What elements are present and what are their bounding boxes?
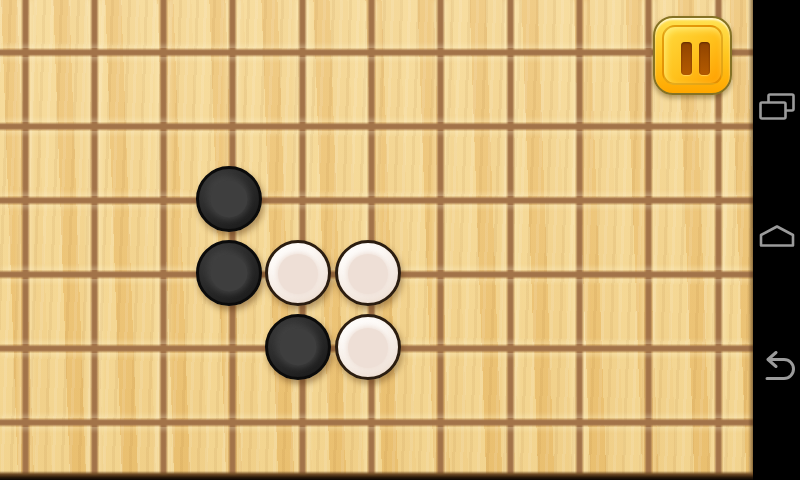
stone-highlight xyxy=(280,329,317,366)
grid-line-horizontal xyxy=(0,122,753,131)
white-stone: ○ xyxy=(265,240,331,306)
home-button[interactable] xyxy=(753,208,800,264)
gomoku-board[interactable]: ●●○○●○ xyxy=(0,0,753,480)
back-icon xyxy=(756,351,798,381)
black-stone: ● xyxy=(196,240,262,306)
pause-button-face xyxy=(662,25,723,85)
pause-button[interactable] xyxy=(653,16,732,95)
home-icon xyxy=(758,224,796,248)
grid-line-vertical xyxy=(506,0,515,480)
black-stone: ● xyxy=(196,166,262,232)
grid-line-vertical xyxy=(575,0,584,480)
stone-highlight xyxy=(210,255,247,292)
recent-apps-icon xyxy=(759,93,795,120)
board-bottom-edge xyxy=(0,471,753,480)
recent-apps-button[interactable] xyxy=(753,78,800,134)
pause-icon xyxy=(681,42,692,75)
android-navbar xyxy=(753,0,800,480)
grid-line-horizontal xyxy=(0,48,753,57)
white-stone: ○ xyxy=(335,314,401,380)
stone-highlight xyxy=(348,328,388,368)
black-stone: ● xyxy=(265,314,331,380)
white-stone: ○ xyxy=(335,240,401,306)
grid-line-horizontal xyxy=(0,196,753,205)
grid-line-vertical xyxy=(436,0,445,480)
grid-line-vertical xyxy=(159,0,168,480)
pause-icon xyxy=(699,42,710,75)
stone-highlight xyxy=(278,254,318,294)
game-screen: ●●○○●○ xyxy=(0,0,800,480)
grid-line-vertical xyxy=(21,0,30,480)
stone-highlight xyxy=(348,254,388,294)
grid-line-vertical xyxy=(90,0,99,480)
grid-line-horizontal xyxy=(0,418,753,427)
back-button[interactable] xyxy=(753,338,800,394)
stone-highlight xyxy=(210,181,247,218)
grid-line-vertical xyxy=(644,0,653,480)
